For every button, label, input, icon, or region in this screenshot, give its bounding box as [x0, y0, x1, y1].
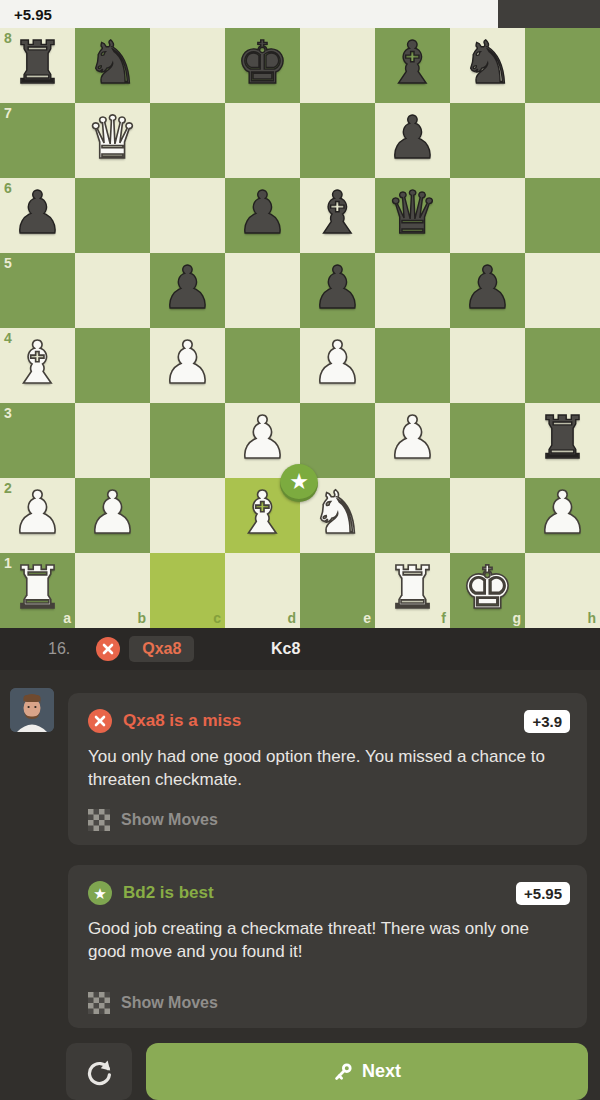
- miss-eval-badge: +3.9: [524, 710, 570, 733]
- square-f8[interactable]: ♝: [375, 28, 450, 103]
- square-b7[interactable]: ♛: [75, 103, 150, 178]
- square-f3[interactable]: ♟: [375, 403, 450, 478]
- square-f6[interactable]: ♛: [375, 178, 450, 253]
- square-a6[interactable]: 6♟: [0, 178, 75, 253]
- square-d6[interactable]: ♟: [225, 178, 300, 253]
- white-king-piece: ♚: [461, 558, 514, 617]
- miss-icon: [88, 709, 112, 733]
- chess-board: 8♜♞♚♝♞7♛♟6♟♟♝♛5♟♟♟4♝♟♟3♟♟♜2♟♟♝♞♟1a♜bcdef…: [0, 28, 600, 628]
- square-g5[interactable]: ♟: [450, 253, 525, 328]
- black-queen-piece: ♛: [386, 183, 439, 242]
- square-g7[interactable]: [450, 103, 525, 178]
- square-b4[interactable]: [75, 328, 150, 403]
- square-h7[interactable]: [525, 103, 600, 178]
- square-c6[interactable]: [150, 178, 225, 253]
- game-review-screen: +5.95 8♜♞♚♝♞7♛♟6♟♟♝♛5♟♟♟4♝♟♟3♟♟♜2♟♟♝♞♟1a…: [0, 0, 600, 1100]
- show-moves-button[interactable]: Show Moves: [88, 992, 218, 1014]
- evaluation-bar: +5.95: [0, 0, 600, 28]
- square-h4[interactable]: [525, 328, 600, 403]
- black-pawn-piece: ♟: [461, 258, 514, 317]
- square-a4[interactable]: 4♝: [0, 328, 75, 403]
- square-h2[interactable]: ♟: [525, 478, 600, 553]
- black-pawn-piece: ♟: [386, 108, 439, 167]
- square-c7[interactable]: [150, 103, 225, 178]
- white-pawn-piece: ♟: [161, 333, 214, 392]
- checkerboard-icon: [88, 809, 110, 831]
- file-label: a: [63, 611, 71, 625]
- square-d4[interactable]: [225, 328, 300, 403]
- square-c2[interactable]: [150, 478, 225, 553]
- best-move-star-icon: ★: [88, 881, 112, 905]
- square-e8[interactable]: [300, 28, 375, 103]
- square-d1[interactable]: d: [225, 553, 300, 628]
- white-pawn-piece: ♟: [236, 408, 289, 467]
- show-moves-label: Show Moves: [121, 994, 218, 1012]
- rank-label: 7: [4, 106, 12, 120]
- square-c1[interactable]: c: [150, 553, 225, 628]
- black-king-piece: ♚: [236, 33, 289, 92]
- black-bishop-piece: ♝: [386, 33, 439, 92]
- black-knight-piece: ♞: [86, 33, 139, 92]
- best-card-text: Good job creating a checkmate threat! Th…: [88, 917, 550, 963]
- square-f1[interactable]: f♜: [375, 553, 450, 628]
- square-h3[interactable]: ♜: [525, 403, 600, 478]
- file-label: b: [137, 611, 146, 625]
- square-a2[interactable]: 2♟: [0, 478, 75, 553]
- square-d5[interactable]: [225, 253, 300, 328]
- evaluation-score: +5.95: [14, 6, 52, 23]
- square-e3[interactable]: [300, 403, 375, 478]
- square-h5[interactable]: [525, 253, 600, 328]
- next-button[interactable]: Next: [146, 1043, 588, 1100]
- white-pawn-piece: ♟: [86, 483, 139, 542]
- square-b6[interactable]: [75, 178, 150, 253]
- black-move[interactable]: Kc8: [271, 640, 300, 658]
- square-a8[interactable]: 8♜: [0, 28, 75, 103]
- square-h6[interactable]: [525, 178, 600, 253]
- white-rook-piece: ♜: [386, 558, 439, 617]
- best-eval-badge: +5.95: [516, 882, 570, 905]
- miss-card-title: Qxa8 is a miss: [123, 711, 241, 731]
- next-button-label: Next: [362, 1061, 401, 1082]
- square-e6[interactable]: ♝: [300, 178, 375, 253]
- file-label: c: [213, 611, 221, 625]
- square-h1[interactable]: h: [525, 553, 600, 628]
- square-g2[interactable]: [450, 478, 525, 553]
- black-pawn-piece: ♟: [236, 183, 289, 242]
- square-b5[interactable]: [75, 253, 150, 328]
- square-e4[interactable]: ♟: [300, 328, 375, 403]
- square-d8[interactable]: ♚: [225, 28, 300, 103]
- miss-icon: [96, 637, 120, 661]
- best-move-star-badge: ★: [280, 464, 318, 502]
- square-a5[interactable]: 5: [0, 253, 75, 328]
- white-bishop-piece: ♝: [236, 483, 289, 542]
- miss-card-text: You only had one good option there. You …: [88, 745, 550, 791]
- white-rook-piece: ♜: [11, 558, 64, 617]
- white-move-chip[interactable]: Qxa8: [129, 636, 194, 662]
- move-number: 16.: [48, 640, 70, 658]
- square-b1[interactable]: b: [75, 553, 150, 628]
- coach-card-best: ★ Bd2 is best +5.95 Good job creating a …: [68, 865, 587, 1028]
- coach-avatar: [10, 688, 54, 732]
- file-label: h: [587, 611, 596, 625]
- checkerboard-icon: [88, 992, 110, 1014]
- black-pawn-piece: ♟: [311, 258, 364, 317]
- white-queen-piece: ♛: [86, 108, 139, 167]
- square-g3[interactable]: [450, 403, 525, 478]
- show-moves-label: Show Moves: [121, 811, 218, 829]
- white-knight-piece: ♞: [311, 483, 364, 542]
- white-pawn-piece: ♟: [11, 483, 64, 542]
- black-rook-piece: ♜: [536, 408, 589, 467]
- square-h8[interactable]: [525, 28, 600, 103]
- square-b3[interactable]: [75, 403, 150, 478]
- square-f4[interactable]: [375, 328, 450, 403]
- square-c3[interactable]: [150, 403, 225, 478]
- rank-label: 5: [4, 256, 12, 270]
- square-f7[interactable]: ♟: [375, 103, 450, 178]
- file-label: e: [363, 611, 371, 625]
- rank-label: 3: [4, 406, 12, 420]
- square-e7[interactable]: [300, 103, 375, 178]
- show-moves-button[interactable]: Show Moves: [88, 809, 218, 831]
- file-label: f: [441, 611, 446, 625]
- white-bishop-piece: ♝: [11, 333, 64, 392]
- black-bishop-piece: ♝: [311, 183, 364, 242]
- square-f5[interactable]: [375, 253, 450, 328]
- square-g4[interactable]: [450, 328, 525, 403]
- square-d7[interactable]: [225, 103, 300, 178]
- black-knight-piece: ♞: [461, 33, 514, 92]
- best-card-title: Bd2 is best: [123, 883, 214, 903]
- retry-button[interactable]: [66, 1043, 132, 1100]
- black-rook-piece: ♜: [11, 33, 64, 92]
- move-strip: 16. Qxa8 Kc8: [0, 628, 600, 670]
- square-c5[interactable]: ♟: [150, 253, 225, 328]
- square-a7[interactable]: 7: [0, 103, 75, 178]
- square-g1[interactable]: g♚: [450, 553, 525, 628]
- black-pawn-piece: ♟: [161, 258, 214, 317]
- retry-icon: [85, 1058, 113, 1086]
- key-icon: [333, 1062, 353, 1082]
- square-g8[interactable]: ♞: [450, 28, 525, 103]
- evaluation-bar-white-portion: +5.95: [0, 0, 498, 28]
- white-pawn-piece: ♟: [311, 333, 364, 392]
- square-b2[interactable]: ♟: [75, 478, 150, 553]
- square-e5[interactable]: ♟: [300, 253, 375, 328]
- square-e1[interactable]: e: [300, 553, 375, 628]
- square-g6[interactable]: [450, 178, 525, 253]
- white-pawn-piece: ♟: [536, 483, 589, 542]
- square-f2[interactable]: [375, 478, 450, 553]
- square-c4[interactable]: ♟: [150, 328, 225, 403]
- square-a3[interactable]: 3: [0, 403, 75, 478]
- file-label: d: [287, 611, 296, 625]
- square-b8[interactable]: ♞: [75, 28, 150, 103]
- black-pawn-piece: ♟: [11, 183, 64, 242]
- white-pawn-piece: ♟: [386, 408, 439, 467]
- square-a1[interactable]: 1a♜: [0, 553, 75, 628]
- square-c8[interactable]: [150, 28, 225, 103]
- coach-card-miss: Qxa8 is a miss +3.9 You only had one goo…: [68, 693, 587, 845]
